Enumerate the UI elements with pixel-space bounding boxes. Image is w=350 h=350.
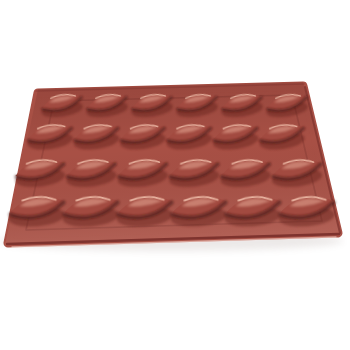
silicone-mold-photo (0, 0, 350, 350)
silicone-mold (5, 82, 341, 247)
product-photo-canvas (0, 0, 350, 350)
